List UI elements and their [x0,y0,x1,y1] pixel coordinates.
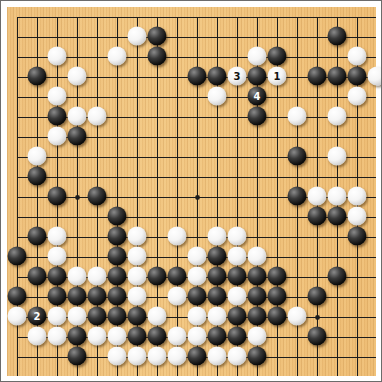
stone-black [68,327,87,346]
stone-black [248,67,267,86]
stone-white [168,287,187,306]
move-number-label: 4 [254,91,261,101]
stone-white [48,127,67,146]
stone-white [108,347,127,366]
stone-black [168,267,187,286]
stone-black [88,187,107,206]
stone-white [48,327,67,346]
stone-black [8,247,27,266]
stone-black [68,287,87,306]
stone-white [328,187,347,206]
stone-white [48,47,67,66]
stone-white [188,307,207,326]
stone-black [308,287,327,306]
stone-white [128,267,147,286]
stone-white [128,27,147,46]
star-point [315,315,320,320]
stone-white [348,207,367,226]
stone-white [208,87,227,106]
stone-black [88,307,107,326]
stone-black [228,327,247,346]
stone-white [228,287,247,306]
stone-white [188,327,207,346]
stone-white [168,347,187,366]
stone-black [188,67,207,86]
stone-white [208,227,227,246]
move-number-label: 3 [234,71,241,81]
stone-white [88,327,107,346]
stone-black [128,307,147,326]
stone-black [48,187,67,206]
stone-black [148,47,167,66]
stone-white [288,107,307,126]
stone-black [48,287,67,306]
stone-black [328,267,347,286]
stone-black [148,267,167,286]
stone-black [108,267,127,286]
stone-white [28,327,47,346]
stone-white [348,47,367,66]
stone-black [208,67,227,86]
stone-white [88,267,107,286]
stone-white [88,107,107,126]
stone-white [68,307,87,326]
stone-black-move-2: 2 [28,307,47,326]
stone-white [188,267,207,286]
stone-white [228,247,247,266]
stone-black [228,267,247,286]
stone-black [248,287,267,306]
stone-black [108,207,127,226]
move-number-label: 1 [274,71,281,81]
stone-white-move-3: 3 [228,67,247,86]
stone-white [208,347,227,366]
stone-white [48,87,67,106]
stone-white [248,327,267,346]
stone-white [228,227,247,246]
stone-black [308,327,327,346]
stone-black [208,327,227,346]
stone-white [168,227,187,246]
stone-black [68,127,87,146]
stone-black [108,287,127,306]
stone-black [28,67,47,86]
stone-black [68,347,87,366]
stone-black [268,47,287,66]
stone-black [308,207,327,226]
stone-white [308,187,327,206]
stone-white [328,147,347,166]
stone-white [348,187,367,206]
move-number-label: 2 [34,311,41,321]
stone-white [68,67,87,86]
stone-black [248,107,267,126]
stone-black [248,307,267,326]
stone-black [308,67,327,86]
stone-white [48,247,67,266]
stone-black [328,67,347,86]
stone-white [108,47,127,66]
stone-white [348,87,367,106]
stone-black [268,307,287,326]
stone-black [288,147,307,166]
stone-black [108,247,127,266]
stone-black [28,167,47,186]
stone-black-move-4: 4 [248,87,267,106]
stone-white-move-1: 1 [268,67,287,86]
stone-white [128,287,147,306]
stone-white [248,247,267,266]
stone-black [108,307,127,326]
stone-white [48,307,67,326]
stone-black [268,267,287,286]
go-app-window: 3142 [0,0,382,382]
stone-black [248,347,267,366]
stone-black [248,267,267,286]
stone-white [8,307,27,326]
stone-black [208,287,227,306]
stone-white [68,107,87,126]
stone-black [128,327,147,346]
stone-white [128,347,147,366]
stone-white [68,267,87,286]
stone-black [288,187,307,206]
stone-black [28,227,47,246]
stone-white [188,247,207,266]
stone-white [248,47,267,66]
stone-black [348,227,367,246]
stone-white [48,227,67,246]
stone-black [268,287,287,306]
stone-black [148,27,167,46]
stone-white [168,327,187,346]
stone-black [48,107,67,126]
stone-black [88,287,107,306]
stone-black [48,267,67,286]
stone-black [348,67,367,86]
stone-white [128,227,147,246]
stone-black [188,347,207,366]
go-board[interactable]: 3142 [7,7,376,376]
stone-black [328,27,347,46]
stone-black [108,227,127,246]
stone-black [8,287,27,306]
stone-white [228,347,247,366]
stone-black [208,247,227,266]
stone-black [148,327,167,346]
stone-black [208,267,227,286]
stone-white [128,247,147,266]
stone-white [108,327,127,346]
star-point [75,195,80,200]
stone-black [328,207,347,226]
stone-black [28,267,47,286]
stone-white [208,307,227,326]
stone-white [368,67,382,86]
stone-white [148,307,167,326]
stone-white [288,307,307,326]
stone-white [28,147,47,166]
stone-black [228,307,247,326]
stone-white [328,107,347,126]
star-point [195,195,200,200]
stone-white [148,347,167,366]
stone-black [188,287,207,306]
